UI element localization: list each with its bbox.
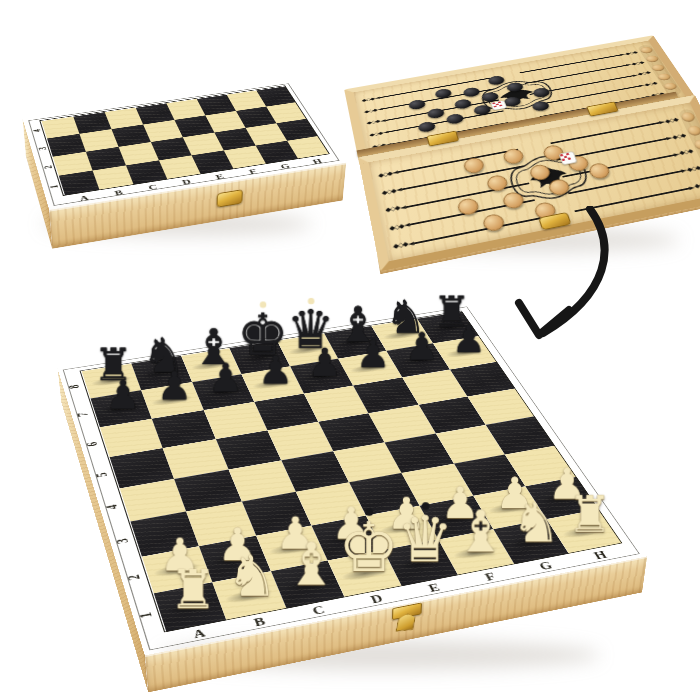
point-ornament: ◆◇◆ [361, 97, 374, 103]
base-point-row-right-3: ►◆◇◆ [561, 148, 694, 181]
square-c1 [126, 160, 167, 184]
point-arrowhead: ► [672, 151, 681, 158]
square-d2 [151, 137, 192, 160]
lid-checker-6 [453, 98, 472, 110]
die-pip [498, 102, 501, 104]
base-stored-checker-2 [686, 125, 700, 137]
square-b1 [93, 165, 134, 190]
piece-shadow [140, 366, 183, 380]
lid-storage-groove [637, 44, 683, 96]
lid-checker-11 [472, 104, 492, 116]
die-pip [567, 157, 571, 160]
lid-checker-7 [480, 91, 499, 102]
square-e1 [192, 150, 234, 174]
piece-shadow [189, 358, 232, 372]
die-pip [495, 104, 498, 106]
lid-checker-10 [445, 113, 464, 125]
base-medallion-ornament [501, 146, 598, 209]
lid-checker-2 [434, 88, 453, 99]
lid-point-row-left-3: ◆◇◆◄ [366, 97, 500, 126]
lid-die [490, 100, 507, 110]
square-g1 [256, 141, 299, 164]
black-queen-finial [308, 298, 314, 304]
base-checker-6 [566, 154, 590, 172]
point-arrowhead: ► [625, 62, 633, 67]
die-pip [493, 106, 496, 108]
lid-medallion-ornament [474, 74, 562, 118]
piece-shadow [451, 543, 501, 561]
piece-shadow [444, 346, 487, 359]
piece-shadow [150, 393, 194, 407]
base-checker-4 [485, 174, 509, 193]
lid-point-row-right-1: ►◆◇◆ [519, 50, 638, 75]
lid-checker-14 [531, 100, 551, 112]
die-pip [566, 153, 570, 156]
base-storage-groove [678, 109, 700, 189]
base-checker-5 [528, 164, 552, 182]
point-ornament: ◆◇◆ [686, 165, 700, 173]
lid-point-row-right-2: ►◆◇◆ [524, 60, 645, 86]
black-king-finial [259, 301, 265, 307]
lid-stored-checker-5 [662, 82, 678, 91]
point-arrowhead: ◄ [399, 204, 407, 212]
base-point-row-right-4: ►◆◇◆ [567, 164, 700, 198]
point-ornament: ◆◇◆ [624, 51, 637, 56]
point-ornament: ◆◇◆ [378, 171, 393, 179]
closed-chess-box: 4321ABCDEFGH [23, 80, 347, 210]
lid-point-row-left-2: ◆◇◆◄ [364, 86, 496, 114]
piece-shadow [560, 523, 610, 541]
product-photo-canvas: { "game": "chess", "product": "3-in-1 fo… [0, 0, 700, 700]
die-pip [492, 103, 495, 105]
point-ornament: ◆◇◆ [664, 117, 679, 124]
base-checker-2 [501, 147, 525, 165]
base-point-row-right-1: ►◆◇◆ [550, 116, 680, 147]
die-pip [560, 154, 564, 157]
square-a2 [53, 152, 93, 176]
point-ornament: ◆◇◆ [381, 188, 396, 196]
piece-shadow [286, 343, 328, 356]
closed-box-clasp [216, 189, 242, 207]
die-pip [564, 156, 568, 159]
curved-arrow [506, 206, 631, 356]
point-arrowhead: ► [631, 73, 639, 78]
base-checker-1 [462, 157, 485, 175]
point-ornament: ◆◇◆ [385, 205, 400, 213]
piece-shadow [238, 351, 281, 364]
piece-shadow [164, 597, 216, 617]
point-arrowhead: ► [687, 184, 696, 192]
lid-point-row-right-3: ►◆◇◆ [529, 70, 652, 97]
point-ornament: ◆◇◆ [637, 71, 651, 77]
lid-stored-checker-1 [639, 46, 654, 54]
base-checker-7 [456, 197, 480, 216]
die-pip [561, 158, 565, 161]
point-ornament: ◆◇◆ [631, 61, 645, 66]
lid-checker-4 [487, 75, 506, 86]
point-arrowhead: ◄ [403, 221, 411, 229]
assembled-chess-board: 87654321ABCDEFGH♜♞♝♚♛♝♞♜♟♟♟♟♟♟♟♟♟♟♟♟♟♟♟♟… [57, 304, 647, 656]
base-checker-3 [542, 144, 566, 162]
point-ornament: ◆◇◆ [671, 133, 686, 141]
lid-checker-8 [506, 81, 525, 92]
base-point-row-right-2: ►◆◇◆ [555, 132, 686, 164]
square-b2 [86, 147, 126, 171]
point-arrowhead: ◄ [395, 186, 403, 194]
piece-shadow [251, 377, 295, 391]
point-arrowhead: ◄ [374, 96, 381, 101]
piece-shadow [538, 489, 586, 506]
piece-shadow [201, 385, 245, 399]
base-checker-10 [587, 162, 612, 180]
piece-shadow [300, 369, 343, 383]
piece-shadow [339, 564, 390, 583]
point-ornament: ◆◇◆ [369, 131, 383, 137]
base-die [558, 151, 577, 165]
lid-point-row-left-1: ◆◇◆◄ [361, 76, 491, 104]
point-ornament: ◆◇◆ [366, 119, 380, 125]
lid-stored-checker-3 [650, 64, 666, 72]
lid-checker-9 [417, 121, 436, 133]
lid-checker-5 [427, 107, 446, 119]
piece-shadow [90, 374, 133, 388]
point-arrowhead: ◄ [391, 169, 399, 176]
point-arrowhead: ◄ [382, 130, 389, 136]
point-arrowhead: ◄ [407, 240, 415, 248]
die-pip [499, 105, 502, 107]
point-ornament: ◆◇◆ [389, 223, 404, 232]
lid-stored-checker-2 [645, 55, 660, 63]
base-stored-checker-3 [693, 139, 700, 151]
point-ornament: ◆◇◆ [694, 182, 700, 190]
square-d1 [159, 155, 201, 179]
base-point-row-left-2: ◆◇◆◄ [381, 162, 525, 197]
point-arrowhead: ► [619, 53, 627, 58]
point-arrowhead: ► [665, 135, 674, 142]
point-arrowhead: ► [680, 167, 689, 174]
base-checker-9 [547, 178, 571, 197]
lid-point-row-right-4: ►◆◇◆ [534, 81, 659, 108]
point-arrowhead: ► [638, 83, 646, 88]
piece-shadow [99, 401, 144, 416]
point-ornament: ◆◇◆ [644, 81, 658, 87]
square-c2 [119, 142, 159, 165]
lid-checker-13 [531, 87, 551, 98]
point-arrowhead: ◄ [379, 118, 386, 123]
square-f1 [224, 146, 266, 170]
point-arrowhead: ◄ [376, 107, 383, 112]
square-a1 [59, 171, 100, 196]
lid-checker-3 [462, 87, 481, 98]
lid-checker-12 [502, 96, 522, 108]
lid-stored-checker-4 [656, 73, 672, 81]
lid-checker-1 [408, 99, 427, 111]
point-ornament: ◆◇◆ [364, 108, 377, 114]
base-stored-checker-1 [680, 112, 697, 124]
point-ornament: ◆◇◆ [679, 149, 694, 157]
piece-shadow [381, 329, 423, 342]
base-point-row-left-1: ◆◇◆◄ [378, 146, 520, 180]
